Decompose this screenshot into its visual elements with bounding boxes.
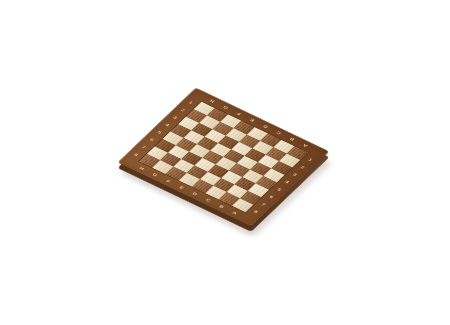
product-photo: HGFEDCBA HGFEDCBA 12345678 12345678 xyxy=(0,0,450,325)
chess-board: HGFEDCBA HGFEDCBA 12345678 12345678 xyxy=(118,88,329,226)
